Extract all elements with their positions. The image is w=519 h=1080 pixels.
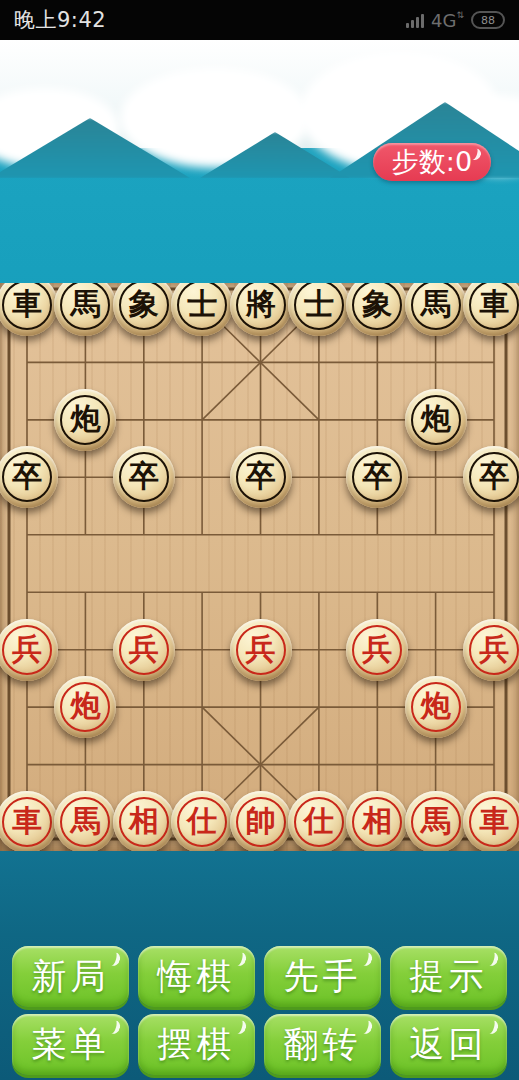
battery-icon: 88 [471, 11, 505, 29]
piece-ring: 士 [294, 283, 344, 330]
piece-glyph: 炮 [421, 691, 451, 721]
piece-red-soldier[interactable]: 兵 [113, 619, 175, 681]
xiangqi-board[interactable]: 車馬象士將士象馬車炮炮卒卒卒卒卒兵兵兵兵兵炮炮車馬相仕帥仕相馬車 [0, 283, 519, 851]
piece-ring: 炮 [411, 682, 461, 732]
piece-ring: 馬 [411, 797, 461, 847]
piece-black-advisor[interactable]: 士 [288, 283, 350, 336]
piece-glyph: 卒 [129, 461, 159, 491]
piece-black-chariot[interactable]: 車 [0, 283, 58, 336]
piece-black-horse[interactable]: 馬 [405, 283, 467, 336]
piece-glyph: 炮 [421, 404, 451, 434]
piece-ring: 卒 [2, 452, 52, 502]
piece-glyph: 馬 [421, 289, 451, 319]
piece-glyph: 兵 [12, 634, 42, 664]
status-icons: 4G⇅ 88 [406, 10, 505, 31]
piece-glyph: 馬 [421, 806, 451, 836]
piece-glyph: 卒 [246, 461, 276, 491]
new-game-button[interactable]: 新局 [12, 946, 129, 1007]
piece-red-soldier[interactable]: 兵 [463, 619, 519, 681]
piece-glyph: 馬 [70, 289, 100, 319]
piece-glyph: 相 [362, 806, 392, 836]
piece-ring: 馬 [60, 797, 110, 847]
setup-board-button[interactable]: 摆棋 [138, 1014, 255, 1075]
piece-glyph: 卒 [362, 461, 392, 491]
piece-ring: 卒 [119, 452, 169, 502]
piece-black-elephant[interactable]: 象 [346, 283, 408, 336]
game-scene: 步数:0 [0, 40, 519, 1080]
control-row-2: 菜单 摆棋 翻转 返回 [12, 1014, 507, 1075]
piece-ring: 兵 [469, 625, 519, 675]
piece-red-cannon[interactable]: 炮 [405, 676, 467, 738]
piece-glyph: 兵 [362, 634, 392, 664]
piece-glyph: 兵 [246, 634, 276, 664]
piece-red-soldier[interactable]: 兵 [346, 619, 408, 681]
piece-ring: 兵 [119, 625, 169, 675]
piece-red-soldier[interactable]: 兵 [0, 619, 58, 681]
app-screen: 晚上9:42 4G⇅ 88 步数:0 [0, 0, 519, 1080]
piece-ring: 馬 [411, 283, 461, 330]
piece-glyph: 仕 [187, 806, 217, 836]
piece-ring: 炮 [60, 395, 110, 445]
first-move-button[interactable]: 先手 [264, 946, 381, 1007]
piece-glyph: 士 [187, 289, 217, 319]
piece-black-chariot[interactable]: 車 [463, 283, 519, 336]
piece-glyph: 兵 [479, 634, 509, 664]
back-button[interactable]: 返回 [390, 1014, 507, 1075]
piece-ring: 象 [352, 283, 402, 330]
piece-ring: 士 [177, 283, 227, 330]
network-label: 4G⇅ [431, 10, 464, 31]
piece-glyph: 象 [362, 289, 392, 319]
piece-red-advisor[interactable]: 仕 [288, 791, 350, 851]
status-time: 晚上9:42 [14, 6, 106, 34]
piece-glyph: 炮 [70, 404, 100, 434]
piece-red-advisor[interactable]: 仕 [171, 791, 233, 851]
move-counter-text: 步数:0 [392, 144, 472, 180]
undo-move-button[interactable]: 悔棋 [138, 946, 255, 1007]
piece-red-cannon[interactable]: 炮 [54, 676, 116, 738]
piece-red-horse[interactable]: 馬 [54, 791, 116, 851]
piece-ring: 象 [119, 283, 169, 330]
piece-red-chariot[interactable]: 車 [0, 791, 58, 851]
piece-black-soldier[interactable]: 卒 [346, 446, 408, 508]
piece-ring: 車 [469, 797, 519, 847]
piece-black-soldier[interactable]: 卒 [230, 446, 292, 508]
piece-glyph: 車 [12, 806, 42, 836]
piece-glyph: 將 [246, 289, 276, 319]
piece-glyph: 炮 [70, 691, 100, 721]
piece-ring: 卒 [352, 452, 402, 502]
piece-glyph: 象 [129, 289, 159, 319]
piece-black-soldier[interactable]: 卒 [0, 446, 58, 508]
piece-glyph: 兵 [129, 634, 159, 664]
piece-black-advisor[interactable]: 士 [171, 283, 233, 336]
piece-glyph: 卒 [479, 461, 509, 491]
control-row-1: 新局 悔棋 先手 提示 [12, 946, 507, 1007]
piece-ring: 兵 [2, 625, 52, 675]
pieces-grid: 車馬象士將士象馬車炮炮卒卒卒卒卒兵兵兵兵兵炮炮車馬相仕帥仕相馬車 [0, 283, 519, 851]
piece-ring: 兵 [236, 625, 286, 675]
piece-ring: 帥 [236, 797, 286, 847]
piece-ring: 馬 [60, 283, 110, 330]
piece-glyph: 車 [12, 289, 42, 319]
clouds-decoration [0, 40, 519, 148]
piece-black-cannon[interactable]: 炮 [54, 389, 116, 451]
piece-ring: 相 [119, 797, 169, 847]
piece-ring: 相 [352, 797, 402, 847]
piece-red-elephant[interactable]: 相 [346, 791, 408, 851]
signal-icon [406, 12, 424, 28]
network-arrows-icon: ⇅ [456, 10, 464, 20]
piece-black-horse[interactable]: 馬 [54, 283, 116, 336]
piece-black-soldier[interactable]: 卒 [463, 446, 519, 508]
piece-ring: 炮 [60, 682, 110, 732]
piece-glyph: 帥 [246, 806, 276, 836]
control-panel: 新局 悔棋 先手 提示 菜单 摆棋 翻转 返回 [0, 946, 519, 1075]
piece-ring: 炮 [411, 395, 461, 445]
piece-red-soldier[interactable]: 兵 [230, 619, 292, 681]
piece-ring: 卒 [236, 452, 286, 502]
piece-glyph: 士 [304, 289, 334, 319]
piece-glyph: 卒 [12, 461, 42, 491]
network-type: 4G [431, 10, 456, 31]
piece-red-elephant[interactable]: 相 [113, 791, 175, 851]
battery-percent: 88 [481, 14, 495, 27]
hint-button[interactable]: 提示 [390, 946, 507, 1007]
piece-glyph: 仕 [304, 806, 334, 836]
piece-black-general[interactable]: 將 [230, 283, 292, 336]
flip-board-button[interactable]: 翻转 [264, 1014, 381, 1075]
piece-ring: 卒 [469, 452, 519, 502]
piece-ring: 將 [236, 283, 286, 330]
piece-glyph: 相 [129, 806, 159, 836]
piece-glyph: 馬 [70, 806, 100, 836]
piece-ring: 仕 [177, 797, 227, 847]
piece-black-soldier[interactable]: 卒 [113, 446, 175, 508]
piece-ring: 兵 [352, 625, 402, 675]
piece-black-elephant[interactable]: 象 [113, 283, 175, 336]
piece-red-horse[interactable]: 馬 [405, 791, 467, 851]
piece-ring: 車 [469, 283, 519, 330]
piece-black-cannon[interactable]: 炮 [405, 389, 467, 451]
piece-glyph: 車 [479, 289, 509, 319]
piece-glyph: 車 [479, 806, 509, 836]
piece-ring: 車 [2, 797, 52, 847]
piece-red-general[interactable]: 帥 [230, 791, 292, 851]
piece-red-chariot[interactable]: 車 [463, 791, 519, 851]
status-bar: 晚上9:42 4G⇅ 88 [0, 0, 519, 40]
piece-ring: 車 [2, 283, 52, 330]
move-counter-badge: 步数:0 [373, 143, 491, 181]
menu-button[interactable]: 菜单 [12, 1014, 129, 1075]
piece-ring: 仕 [294, 797, 344, 847]
